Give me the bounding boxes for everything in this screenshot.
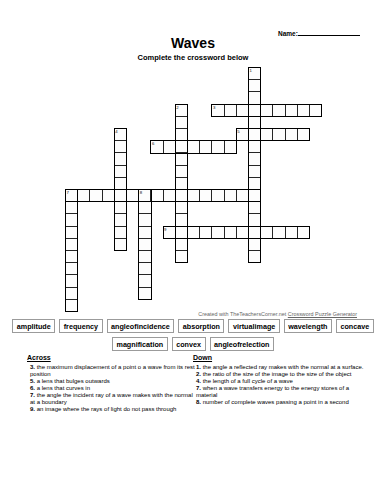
clue-number-label: 7. [196,385,203,391]
clue-number-label: 6. [30,385,37,391]
title-block: Waves Complete the crossword below [0,36,386,62]
across-header: Across [27,354,195,361]
grid-cell[interactable] [65,299,78,312]
word-bank-row-2: magnificationconvexangleofrelection [0,337,386,351]
word-bank-item: amplitude [12,319,55,333]
clue-item: 7. when a wave transfers energy to the e… [196,385,367,399]
word-bank-item: angleofrelection [210,337,275,351]
grid-cell[interactable] [297,128,310,141]
word-bank-item: magnification [112,337,168,351]
worksheet-page: { "game": "crossword", "header": { "name… [0,0,386,500]
grid-cell[interactable] [248,250,261,263]
page-title: Waves [0,36,386,51]
clue-item: 6. a lens that curves in [30,385,195,392]
credit-line: Created with TheTeachersCorner.net Cross… [198,311,357,317]
grid-cell[interactable] [297,226,310,239]
clue-number-label: 9. [30,406,37,412]
clue-number-label: 4. [196,378,203,384]
clue-item: 1. the angle a reflected ray makes with … [196,364,367,371]
clue-text: a lens that curves in [37,385,90,391]
word-bank-item: angleofincidence [107,319,175,333]
clue-number-label: 3. [30,364,37,370]
clue-item: 5. a lens that bulges outwards [30,378,195,385]
credit-text: Created with TheTeachersCorner.net [198,311,288,317]
across-clues: Across 3. the maximum displacement of a … [27,354,195,413]
clue-item: 4. the length of a full cycle of a wave [196,378,367,385]
word-bank-row-1: amplitudefrequencyangleofincidenceabsorp… [0,319,386,333]
word-bank-item: wavelength [284,319,332,333]
credit-link[interactable]: Crossword Puzzle Generator [288,311,357,317]
clue-item: 7. the angle the incident ray of a wave … [30,392,195,406]
word-bank-item: convex [172,337,206,351]
clue-item: 3. the maximum displacement of a point o… [30,364,195,378]
down-clues: Down 1. the angle a reflected ray makes … [193,354,367,406]
clue-number-label: 7. [30,392,37,398]
word-bank-item: concave [336,319,374,333]
crossword-grid: 123456789 [65,67,323,313]
word-bank-item: absorption [178,319,224,333]
clue-text: number of complete waves passing a point… [203,399,349,405]
page-subtitle: Complete the crossword below [0,53,386,62]
clue-item: 8. number of complete waves passing a po… [196,399,367,406]
down-header: Down [193,354,367,361]
clue-number-label: 2. [196,371,203,377]
grid-cell[interactable] [309,104,322,117]
grid-cell[interactable] [175,250,188,263]
clue-text: when a wave transfers energy to the ener… [196,385,349,398]
clue-text: the angle a reflected ray makes with the… [203,364,364,370]
grid-cell[interactable] [138,287,151,300]
word-bank-item: frequency [59,319,102,333]
clue-text: a lens that bulges outwards [37,378,110,384]
clue-text: the maximum displacement of a point o a … [30,364,195,377]
clue-text: the ratio of the size of the image to th… [203,371,352,377]
clue-text: the angle the incident ray of a wave mak… [30,392,193,405]
name-field-line[interactable] [298,28,360,36]
clue-item: 2. the ratio of the size of the image to… [196,371,367,378]
word-bank-item: virtualimage [228,319,279,333]
clue-number-label: 1. [196,364,203,370]
clue-text: an image where the rays of light do not … [37,406,177,412]
grid-cell[interactable] [224,140,237,153]
clue-number-label: 5. [30,378,37,384]
clue-number-label: 8. [196,399,203,405]
clue-text: the length of a full cycle of a wave [203,378,293,384]
grid-cell[interactable] [114,238,127,251]
clue-item: 9. an image where the rays of light do n… [30,406,195,413]
